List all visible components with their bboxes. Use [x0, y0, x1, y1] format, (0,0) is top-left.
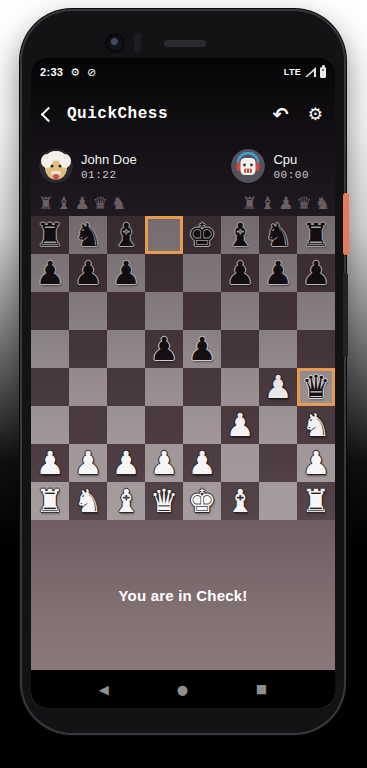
square-h7[interactable]: ♟ [297, 254, 335, 292]
square-f8[interactable]: ♝ [221, 216, 259, 254]
square-f2[interactable] [221, 444, 259, 482]
nav-recents-button[interactable]: ■ [256, 683, 267, 695]
tray-queen-icon: ♛ [93, 195, 108, 212]
black-player-clock: 00:00 [273, 169, 309, 181]
square-b5[interactable] [69, 330, 107, 368]
nav-home-button[interactable]: ● [177, 683, 188, 696]
square-f4[interactable] [221, 368, 259, 406]
square-a5[interactable] [31, 330, 69, 368]
square-g7[interactable]: ♟ [259, 254, 297, 292]
square-h4[interactable]: ♛ [297, 368, 335, 406]
square-c5[interactable] [107, 330, 145, 368]
black-player-avatar [231, 149, 265, 183]
black-bishop: ♝ [112, 216, 141, 254]
black-pawn: ♟ [302, 254, 331, 292]
white-king: ♚ [188, 482, 217, 520]
square-a3[interactable] [31, 406, 69, 444]
player-black: Cpu 00:00 [231, 149, 309, 183]
tray-rook-icon: ♜ [242, 195, 257, 212]
settings-button[interactable]: ⚙ [308, 106, 323, 123]
app-bar: QuickChess ↶ ⚙ [31, 86, 335, 142]
square-f5[interactable] [221, 330, 259, 368]
white-pawn: ♟ [226, 406, 255, 444]
square-b1[interactable]: ♞ [69, 482, 107, 520]
square-a6[interactable] [31, 292, 69, 330]
square-g4[interactable]: ♟ [259, 368, 297, 406]
square-h1[interactable]: ♜ [297, 482, 335, 520]
square-c7[interactable]: ♟ [107, 254, 145, 292]
square-e2[interactable]: ♟ [183, 444, 221, 482]
square-e8[interactable]: ♚ [183, 216, 221, 254]
white-pawn: ♟ [112, 444, 141, 482]
square-a7[interactable]: ♟ [31, 254, 69, 292]
square-c4[interactable] [107, 368, 145, 406]
status-time: 2:33 [40, 66, 63, 78]
tray-bishop-icon: ♝ [260, 195, 275, 212]
black-pawn: ♟ [188, 330, 217, 368]
proximity-sensor [134, 33, 141, 53]
white-pawn: ♟ [264, 368, 293, 406]
android-nav-bar: ◀ ● ■ [31, 670, 335, 708]
network-label: LTE [284, 67, 301, 77]
undo-move-button[interactable]: ↶ [273, 105, 289, 124]
square-e4[interactable] [183, 368, 221, 406]
tray-pawn-icon: ♟ [75, 195, 90, 212]
white-player-clock: 01:22 [81, 169, 137, 181]
square-a4[interactable] [31, 368, 69, 406]
square-f6[interactable] [221, 292, 259, 330]
black-pawn: ♟ [150, 330, 179, 368]
square-d7[interactable] [145, 254, 183, 292]
white-knight: ♞ [74, 482, 103, 520]
black-rook: ♜ [36, 216, 65, 254]
white-bishop: ♝ [226, 482, 255, 520]
white-pawn: ♟ [150, 444, 179, 482]
square-e7[interactable] [183, 254, 221, 292]
square-g2[interactable] [259, 444, 297, 482]
black-bishop: ♝ [226, 216, 255, 254]
square-a8[interactable]: ♜ [31, 216, 69, 254]
front-camera [108, 36, 122, 50]
square-g3[interactable] [259, 406, 297, 444]
volume-button [343, 273, 348, 357]
square-b2[interactable]: ♟ [69, 444, 107, 482]
black-pawn: ♟ [226, 254, 255, 292]
square-a2[interactable]: ♟ [31, 444, 69, 482]
phone-frame: 2:33 ⚙ ⊘ LTE QuickChess ↶ ⚙ [22, 11, 344, 733]
tray-pawn-icon: ♟ [278, 195, 293, 212]
white-pawn: ♟ [188, 444, 217, 482]
square-h3[interactable]: ♞ [297, 406, 335, 444]
status-message: You are in Check! [31, 520, 335, 670]
white-rook: ♜ [36, 482, 65, 520]
signal-icon [305, 67, 316, 77]
power-button [343, 193, 349, 255]
square-e6[interactable] [183, 292, 221, 330]
square-g8[interactable]: ♞ [259, 216, 297, 254]
screen: 2:33 ⚙ ⊘ LTE QuickChess ↶ ⚙ [31, 58, 335, 708]
white-bishop: ♝ [112, 482, 141, 520]
square-h2[interactable]: ♟ [297, 444, 335, 482]
capture-trays-row: ♜♝♟♛♞ ♜♝♟♛♞ [31, 190, 335, 216]
white-pawn: ♟ [36, 444, 65, 482]
square-d1[interactable]: ♛ [145, 482, 183, 520]
square-d3[interactable] [145, 406, 183, 444]
players-row: John Doe 01:22 [31, 142, 335, 190]
square-c8[interactable]: ♝ [107, 216, 145, 254]
white-player-name: John Doe [81, 152, 137, 167]
square-b4[interactable] [69, 368, 107, 406]
white-player-avatar [39, 149, 73, 183]
status-bar: 2:33 ⚙ ⊘ LTE [31, 58, 335, 86]
black-pawn: ♟ [74, 254, 103, 292]
square-g6[interactable] [259, 292, 297, 330]
black-pawn: ♟ [112, 254, 141, 292]
black-player-name: Cpu [273, 152, 309, 167]
square-g5[interactable] [259, 330, 297, 368]
square-e3[interactable] [183, 406, 221, 444]
square-g1[interactable] [259, 482, 297, 520]
tray-bishop-icon: ♝ [56, 195, 71, 212]
square-c2[interactable]: ♟ [107, 444, 145, 482]
black-capture-tray: ♜♝♟♛♞ [242, 195, 330, 212]
square-b8[interactable]: ♞ [69, 216, 107, 254]
square-d5[interactable]: ♟ [145, 330, 183, 368]
white-queen: ♛ [150, 482, 179, 520]
player-white: John Doe 01:22 [39, 149, 137, 183]
earpiece-speaker [164, 40, 206, 47]
square-d6[interactable] [145, 292, 183, 330]
square-h6[interactable] [297, 292, 335, 330]
square-a1[interactable]: ♜ [31, 482, 69, 520]
square-b7[interactable]: ♟ [69, 254, 107, 292]
square-h8[interactable]: ♜ [297, 216, 335, 254]
tray-knight-icon: ♞ [315, 195, 330, 212]
square-d2[interactable]: ♟ [145, 444, 183, 482]
square-c3[interactable] [107, 406, 145, 444]
gear-icon: ⚙ [70, 67, 80, 78]
black-queen: ♛ [302, 368, 331, 406]
white-pawn: ♟ [302, 444, 331, 482]
square-c6[interactable] [107, 292, 145, 330]
square-h5[interactable] [297, 330, 335, 368]
white-pawn: ♟ [74, 444, 103, 482]
black-pawn: ♟ [36, 254, 65, 292]
square-d4[interactable] [145, 368, 183, 406]
data-saver-icon: ⊘ [87, 67, 96, 78]
square-e1[interactable]: ♚ [183, 482, 221, 520]
white-capture-tray: ♜♝♟♛♞ [38, 195, 126, 212]
tray-queen-icon: ♛ [297, 195, 312, 212]
black-knight: ♞ [264, 216, 293, 254]
white-rook: ♜ [302, 482, 331, 520]
square-f1[interactable]: ♝ [221, 482, 259, 520]
nav-back-button[interactable]: ◀ [99, 683, 109, 696]
page-title: QuickChess [67, 105, 260, 123]
square-f7[interactable]: ♟ [221, 254, 259, 292]
square-f3[interactable]: ♟ [221, 406, 259, 444]
square-d8[interactable] [145, 216, 183, 254]
square-b6[interactable] [69, 292, 107, 330]
black-king: ♚ [188, 216, 217, 254]
chess-board: ♜♞♝♚♝♞♜♟♟♟♟♟♟♟♟♟♛♟♞♟♟♟♟♟♟♜♞♝♛♚♝♜ [31, 216, 335, 520]
battery-icon [320, 67, 326, 78]
square-c1[interactable]: ♝ [107, 482, 145, 520]
white-knight: ♞ [302, 406, 331, 444]
tray-knight-icon: ♞ [111, 195, 126, 212]
back-chevron-icon[interactable] [41, 107, 57, 123]
square-b3[interactable] [69, 406, 107, 444]
black-pawn: ♟ [264, 254, 293, 292]
black-knight: ♞ [74, 216, 103, 254]
black-rook: ♜ [302, 216, 331, 254]
square-e5[interactable]: ♟ [183, 330, 221, 368]
tray-rook-icon: ♜ [38, 195, 53, 212]
